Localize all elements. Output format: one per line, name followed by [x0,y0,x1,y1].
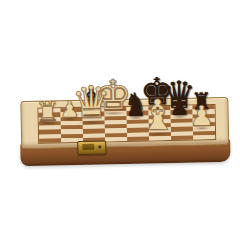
brass-latch [77,140,106,155]
chess-box: ♝♚♚♞♛♜♟♟♟♜♛♟♝ [19,97,230,169]
square-a1[interactable] [39,138,61,143]
piece-white-bishop-f2[interactable]: ♝ [128,94,187,137]
square-h1[interactable] [193,135,215,140]
photo-background: ♝♚♚♞♛♜♟♟♟♜♛♟♝ [0,0,240,240]
latch-pin [98,145,101,148]
square-d1[interactable] [105,137,127,142]
latch-plate [82,144,94,150]
piece-white-queen-c5[interactable]: ♛ [60,80,123,126]
piece-white-pawn-h3[interactable]: ♟ [182,102,221,131]
